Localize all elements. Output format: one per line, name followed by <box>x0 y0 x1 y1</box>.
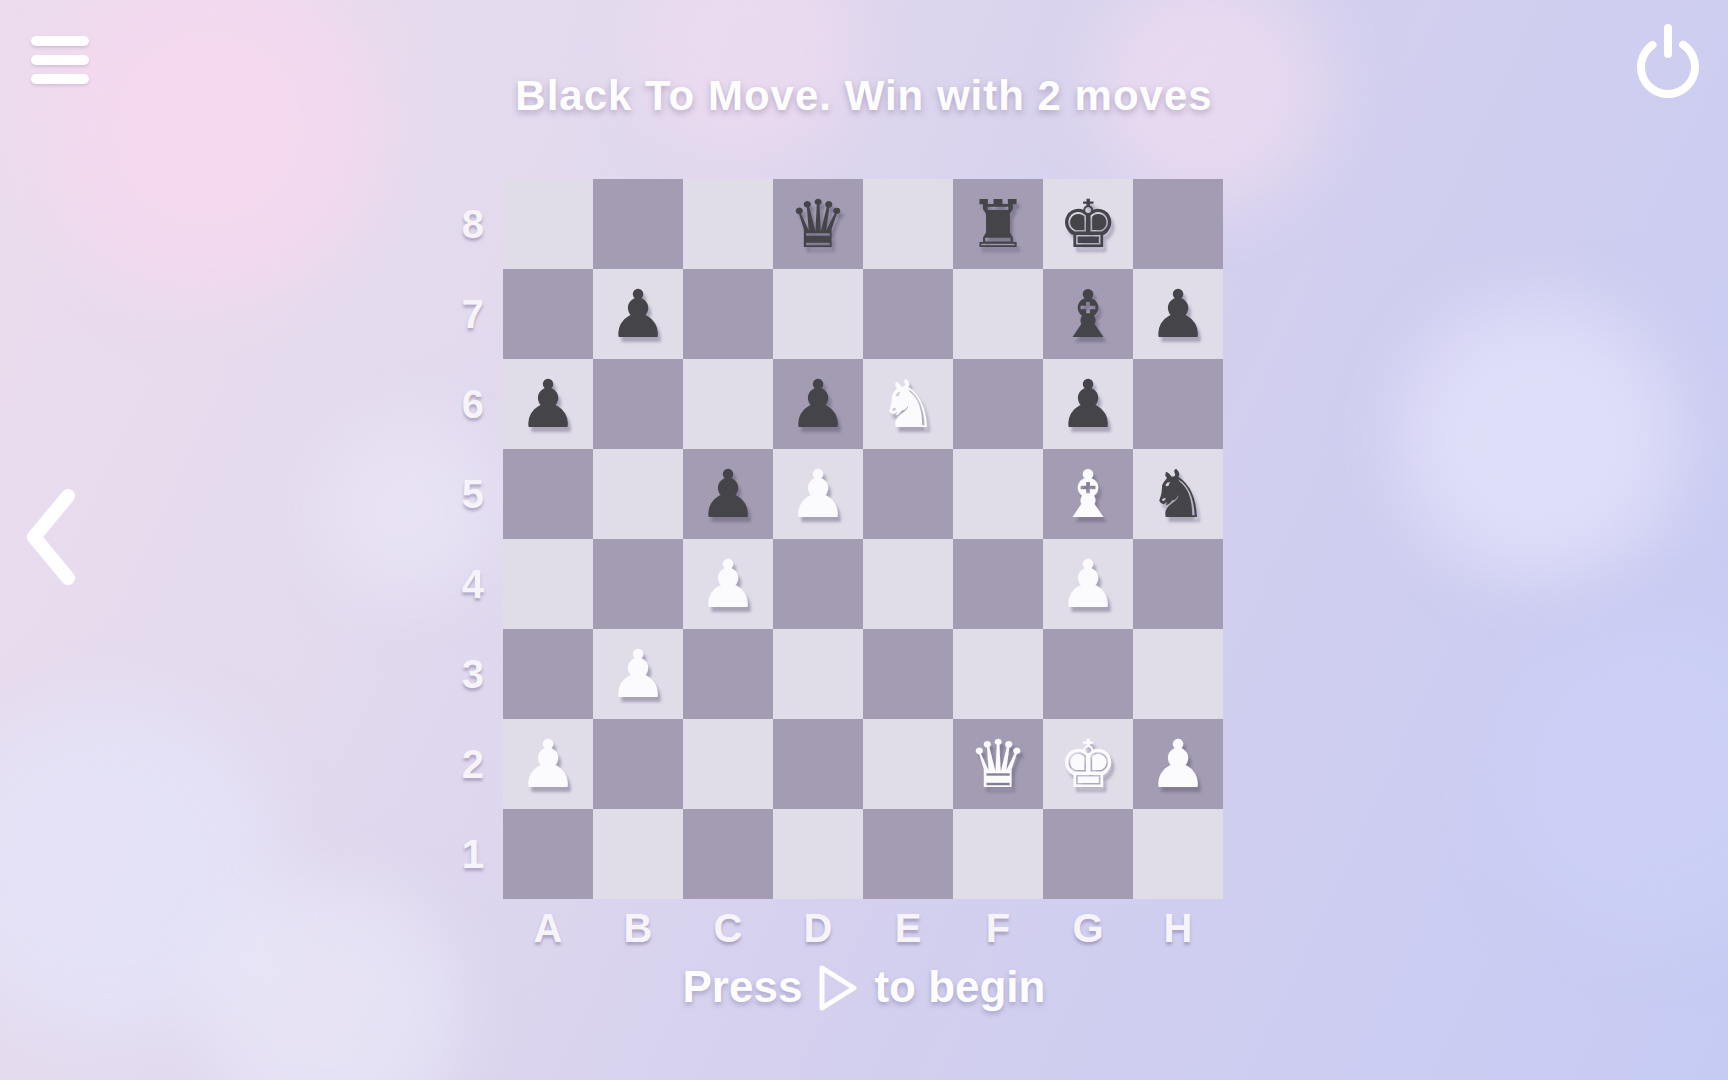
piece-black-king[interactable]: ♚ <box>1043 179 1133 269</box>
rank-label-3: 3 <box>420 629 484 719</box>
square-g5[interactable]: ♝ <box>1043 449 1133 539</box>
file-label-f: F <box>953 903 1043 953</box>
square-c8[interactable] <box>683 179 773 269</box>
square-h2[interactable]: ♟ <box>1133 719 1223 809</box>
square-g1[interactable] <box>1043 809 1133 899</box>
square-a8[interactable] <box>503 179 593 269</box>
rank-label-1: 1 <box>420 809 484 899</box>
square-a4[interactable] <box>503 539 593 629</box>
square-f7[interactable] <box>953 269 1043 359</box>
file-label-c: C <box>683 903 773 953</box>
play-triangle-icon[interactable] <box>818 964 858 1012</box>
square-d7[interactable] <box>773 269 863 359</box>
square-b2[interactable] <box>593 719 683 809</box>
square-c3[interactable] <box>683 629 773 719</box>
back-button[interactable] <box>20 488 80 588</box>
square-a7[interactable] <box>503 269 593 359</box>
square-g7[interactable]: ♝ <box>1043 269 1133 359</box>
square-c6[interactable] <box>683 359 773 449</box>
square-f8[interactable]: ♜ <box>953 179 1043 269</box>
square-b6[interactable] <box>593 359 683 449</box>
square-h8[interactable] <box>1133 179 1223 269</box>
file-label-d: D <box>773 903 863 953</box>
square-d1[interactable] <box>773 809 863 899</box>
square-f5[interactable] <box>953 449 1043 539</box>
square-f2[interactable]: ♛ <box>953 719 1043 809</box>
piece-white-pawn[interactable]: ♟ <box>1133 719 1223 809</box>
square-d2[interactable] <box>773 719 863 809</box>
square-e6[interactable]: ♞ <box>863 359 953 449</box>
piece-white-knight[interactable]: ♞ <box>863 359 953 449</box>
square-g2[interactable]: ♚ <box>1043 719 1133 809</box>
square-g3[interactable] <box>1043 629 1133 719</box>
file-label-g: G <box>1043 903 1133 953</box>
bokeh-circle <box>1500 620 1728 940</box>
file-label-e: E <box>863 903 953 953</box>
square-a6[interactable]: ♟ <box>503 359 593 449</box>
square-b1[interactable] <box>593 809 683 899</box>
square-b5[interactable] <box>593 449 683 539</box>
piece-black-pawn[interactable]: ♟ <box>683 449 773 539</box>
hint-prefix: Press <box>683 962 803 1012</box>
piece-white-pawn[interactable]: ♟ <box>773 449 863 539</box>
square-e3[interactable] <box>863 629 953 719</box>
piece-black-pawn[interactable]: ♟ <box>773 359 863 449</box>
square-g8[interactable]: ♚ <box>1043 179 1133 269</box>
piece-black-pawn[interactable]: ♟ <box>593 269 683 359</box>
square-d4[interactable] <box>773 539 863 629</box>
square-f1[interactable] <box>953 809 1043 899</box>
square-h5[interactable]: ♞ <box>1133 449 1223 539</box>
square-f6[interactable] <box>953 359 1043 449</box>
square-b8[interactable] <box>593 179 683 269</box>
square-b7[interactable]: ♟ <box>593 269 683 359</box>
square-a1[interactable] <box>503 809 593 899</box>
bokeh-circle <box>40 0 380 300</box>
square-h7[interactable]: ♟ <box>1133 269 1223 359</box>
square-e4[interactable] <box>863 539 953 629</box>
piece-black-pawn[interactable]: ♟ <box>503 359 593 449</box>
piece-black-pawn[interactable]: ♟ <box>1043 359 1133 449</box>
square-a5[interactable] <box>503 449 593 539</box>
square-h6[interactable] <box>1133 359 1223 449</box>
square-d6[interactable]: ♟ <box>773 359 863 449</box>
piece-white-pawn[interactable]: ♟ <box>683 539 773 629</box>
square-e2[interactable] <box>863 719 953 809</box>
bokeh-circle <box>1400 300 1680 580</box>
square-a2[interactable]: ♟ <box>503 719 593 809</box>
square-h3[interactable] <box>1133 629 1223 719</box>
square-b4[interactable] <box>593 539 683 629</box>
square-f4[interactable] <box>953 539 1043 629</box>
piece-white-pawn[interactable]: ♟ <box>593 629 683 719</box>
square-d8[interactable]: ♛ <box>773 179 863 269</box>
piece-white-pawn[interactable]: ♟ <box>1043 539 1133 629</box>
square-c2[interactable] <box>683 719 773 809</box>
piece-white-king[interactable]: ♚ <box>1043 719 1133 809</box>
chess-board: ♛♜♚♟♝♟♟♟♞♟♟♟♝♞♟♟♟♟♛♚♟ <box>503 179 1223 899</box>
square-g4[interactable]: ♟ <box>1043 539 1133 629</box>
rank-label-7: 7 <box>420 269 484 359</box>
rank-label-8: 8 <box>420 179 484 269</box>
file-label-b: B <box>593 903 683 953</box>
piece-black-rook[interactable]: ♜ <box>953 179 1043 269</box>
square-c5[interactable]: ♟ <box>683 449 773 539</box>
square-f3[interactable] <box>953 629 1043 719</box>
rank-label-4: 4 <box>420 539 484 629</box>
square-h4[interactable] <box>1133 539 1223 629</box>
piece-black-knight[interactable]: ♞ <box>1133 449 1223 539</box>
chevron-left-icon <box>20 488 80 588</box>
piece-white-queen[interactable]: ♛ <box>953 719 1043 809</box>
file-label-h: H <box>1133 903 1223 953</box>
file-label-a: A <box>503 903 593 953</box>
rank-label-6: 6 <box>420 359 484 449</box>
square-h1[interactable] <box>1133 809 1223 899</box>
rank-label-2: 2 <box>420 719 484 809</box>
piece-black-bishop[interactable]: ♝ <box>1043 269 1133 359</box>
square-c7[interactable] <box>683 269 773 359</box>
piece-white-pawn[interactable]: ♟ <box>503 719 593 809</box>
piece-white-bishop[interactable]: ♝ <box>1043 449 1133 539</box>
hint-suffix: to begin <box>874 962 1045 1012</box>
rank-label-5: 5 <box>420 449 484 539</box>
square-d5[interactable]: ♟ <box>773 449 863 539</box>
square-a3[interactable] <box>503 629 593 719</box>
square-e7[interactable] <box>863 269 953 359</box>
square-b3[interactable]: ♟ <box>593 629 683 719</box>
square-c1[interactable] <box>683 809 773 899</box>
square-e1[interactable] <box>863 809 953 899</box>
puzzle-title: Black To Move. Win with 2 moves <box>0 72 1728 120</box>
square-c4[interactable]: ♟ <box>683 539 773 629</box>
square-e5[interactable] <box>863 449 953 539</box>
square-g6[interactable]: ♟ <box>1043 359 1133 449</box>
square-e8[interactable] <box>863 179 953 269</box>
piece-black-queen[interactable]: ♛ <box>773 179 863 269</box>
square-d3[interactable] <box>773 629 863 719</box>
begin-hint: Press to begin <box>0 962 1728 1012</box>
piece-black-pawn[interactable]: ♟ <box>1133 269 1223 359</box>
